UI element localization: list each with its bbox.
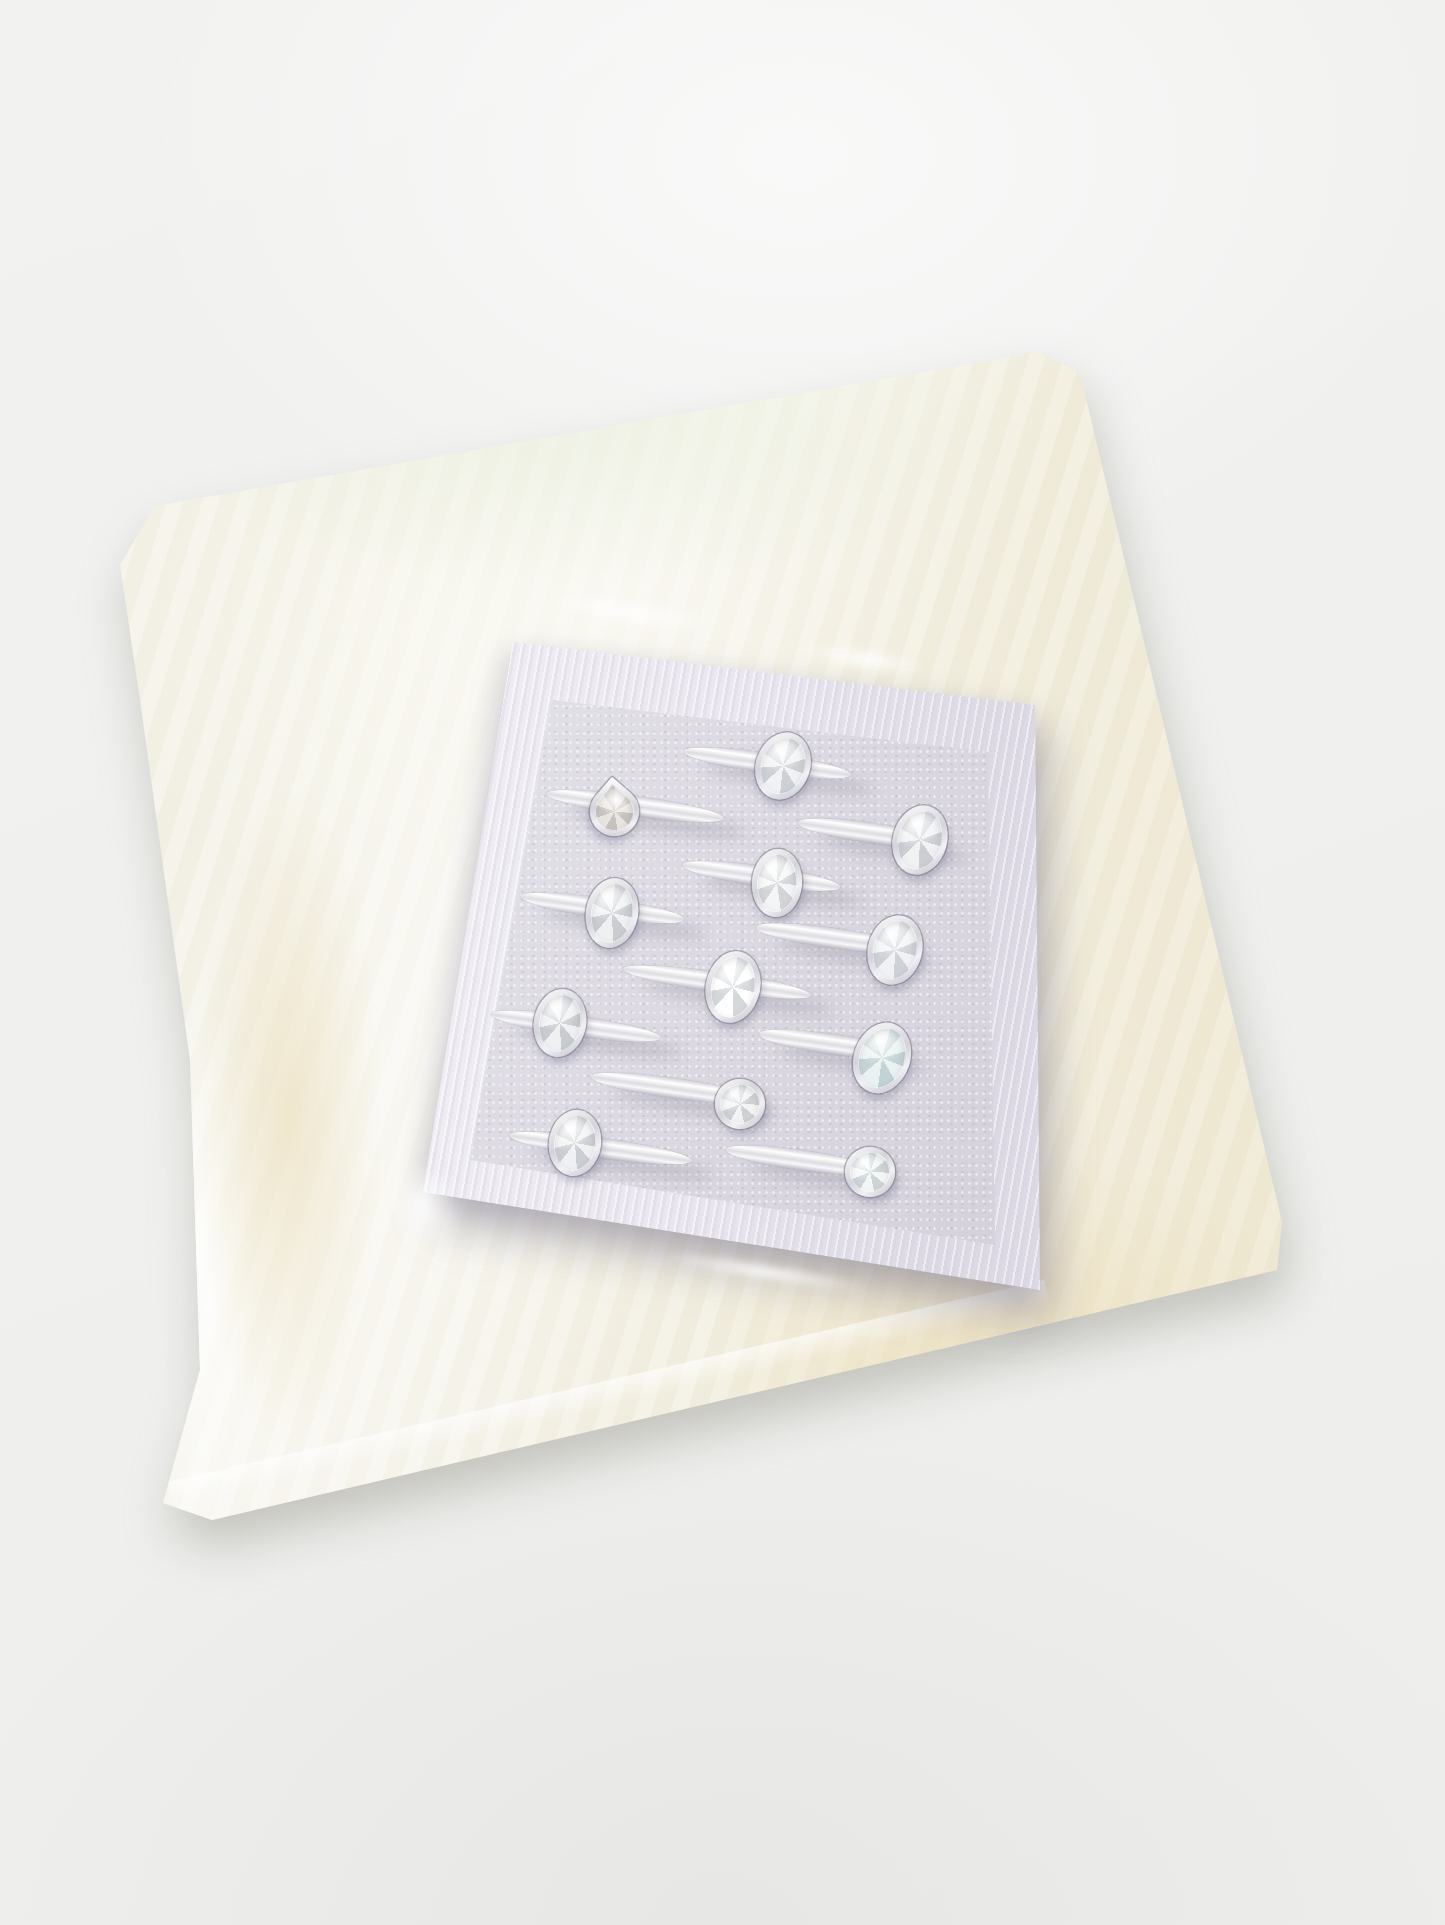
rings-layer [0,0,1445,1925]
round-gemstone [850,1152,890,1192]
photo-canvas [0,0,1445,1925]
gem-bezel [845,1147,895,1197]
ring-12 [0,0,1445,1925]
